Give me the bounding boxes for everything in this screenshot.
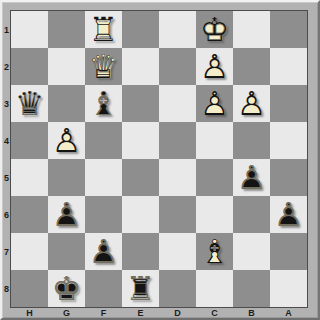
piece-white-king[interactable]: ♚♔ — [196, 11, 233, 48]
square-h4[interactable] — [11, 122, 48, 159]
king-glyph-outline: ♔ — [196, 11, 233, 48]
square-e2[interactable] — [122, 48, 159, 85]
pawn-glyph-outline: ♙ — [48, 122, 85, 159]
file-label-f: F — [85, 307, 122, 318]
piece-white-queen[interactable]: ♛♕ — [85, 48, 122, 85]
square-h3[interactable]: ♛♕ — [11, 85, 48, 122]
square-c3[interactable]: ♟♙ — [196, 85, 233, 122]
rook-glyph-fill: ♜ — [85, 11, 122, 48]
square-f6[interactable] — [85, 196, 122, 233]
square-b7[interactable] — [233, 233, 270, 270]
piece-black-queen[interactable]: ♛♕ — [11, 85, 48, 122]
file-label-h: H — [11, 307, 48, 318]
square-e5[interactable] — [122, 159, 159, 196]
piece-black-pawn[interactable]: ♟♙ — [48, 196, 85, 233]
square-e7[interactable] — [122, 233, 159, 270]
square-d6[interactable] — [159, 196, 196, 233]
piece-white-pawn[interactable]: ♟♙ — [196, 48, 233, 85]
square-f7[interactable]: ♟♙ — [85, 233, 122, 270]
square-g8[interactable]: ♚♔ — [48, 270, 85, 307]
chess-diagram: 12345678 HGFEDCBA ♜♖♚♔♛♕♟♙♛♕♝♗♟♙♟♙♟♙♟♙♟♙… — [0, 0, 320, 320]
square-h6[interactable] — [11, 196, 48, 233]
pawn-glyph-outline: ♙ — [270, 196, 307, 233]
square-g7[interactable] — [48, 233, 85, 270]
rook-glyph-outline: ♖ — [85, 11, 122, 48]
square-d4[interactable] — [159, 122, 196, 159]
square-c5[interactable] — [196, 159, 233, 196]
square-f5[interactable] — [85, 159, 122, 196]
square-e4[interactable] — [122, 122, 159, 159]
square-b6[interactable] — [233, 196, 270, 233]
square-h1[interactable] — [11, 11, 48, 48]
file-label-g: G — [48, 307, 85, 318]
square-b5[interactable]: ♟♙ — [233, 159, 270, 196]
square-a7[interactable] — [270, 233, 307, 270]
square-h2[interactable] — [11, 48, 48, 85]
square-d2[interactable] — [159, 48, 196, 85]
square-e1[interactable] — [122, 11, 159, 48]
pawn-glyph-outline: ♙ — [233, 159, 270, 196]
square-f2[interactable]: ♛♕ — [85, 48, 122, 85]
square-b8[interactable] — [233, 270, 270, 307]
piece-black-bishop[interactable]: ♝♗ — [85, 85, 122, 122]
square-d1[interactable] — [159, 11, 196, 48]
bishop-glyph-outline: ♗ — [196, 233, 233, 270]
square-a5[interactable] — [270, 159, 307, 196]
pawn-glyph-fill: ♟ — [196, 48, 233, 85]
queen-glyph-outline: ♕ — [85, 48, 122, 85]
piece-white-pawn[interactable]: ♟♙ — [233, 85, 270, 122]
file-label-a: A — [270, 307, 307, 318]
square-g2[interactable] — [48, 48, 85, 85]
square-d8[interactable] — [159, 270, 196, 307]
queen-glyph-outline: ♕ — [11, 85, 48, 122]
file-label-c: C — [196, 307, 233, 318]
piece-white-bishop[interactable]: ♝♗ — [196, 233, 233, 270]
square-b1[interactable] — [233, 11, 270, 48]
square-g6[interactable]: ♟♙ — [48, 196, 85, 233]
square-g1[interactable] — [48, 11, 85, 48]
square-f1[interactable]: ♜♖ — [85, 11, 122, 48]
square-f8[interactable] — [85, 270, 122, 307]
square-c2[interactable]: ♟♙ — [196, 48, 233, 85]
square-a2[interactable] — [270, 48, 307, 85]
square-a6[interactable]: ♟♙ — [270, 196, 307, 233]
square-c1[interactable]: ♚♔ — [196, 11, 233, 48]
pawn-glyph-fill: ♟ — [48, 122, 85, 159]
bishop-glyph-fill: ♝ — [85, 85, 122, 122]
king-glyph-fill: ♚ — [48, 270, 85, 307]
square-d7[interactable] — [159, 233, 196, 270]
square-h8[interactable] — [11, 270, 48, 307]
square-a4[interactable] — [270, 122, 307, 159]
square-d3[interactable] — [159, 85, 196, 122]
file-label-d: D — [159, 307, 196, 318]
square-e6[interactable] — [122, 196, 159, 233]
rook-glyph-fill: ♜ — [122, 270, 159, 307]
piece-black-pawn[interactable]: ♟♙ — [233, 159, 270, 196]
king-glyph-outline: ♔ — [48, 270, 85, 307]
pawn-glyph-fill: ♟ — [270, 196, 307, 233]
square-b2[interactable] — [233, 48, 270, 85]
pawn-glyph-fill: ♟ — [196, 85, 233, 122]
square-c4[interactable] — [196, 122, 233, 159]
square-g5[interactable] — [48, 159, 85, 196]
rook-glyph-outline: ♖ — [122, 270, 159, 307]
square-e3[interactable] — [122, 85, 159, 122]
square-d5[interactable] — [159, 159, 196, 196]
square-e8[interactable]: ♜♖ — [122, 270, 159, 307]
file-labels: HGFEDCBA — [11, 307, 307, 318]
pawn-glyph-outline: ♙ — [196, 48, 233, 85]
pawn-glyph-outline: ♙ — [48, 196, 85, 233]
piece-white-pawn[interactable]: ♟♙ — [196, 85, 233, 122]
piece-white-pawn[interactable]: ♟♙ — [48, 122, 85, 159]
square-b4[interactable] — [233, 122, 270, 159]
square-c6[interactable] — [196, 196, 233, 233]
piece-black-pawn[interactable]: ♟♙ — [270, 196, 307, 233]
pawn-glyph-outline: ♙ — [85, 233, 122, 270]
bishop-glyph-outline: ♗ — [85, 85, 122, 122]
bishop-glyph-fill: ♝ — [196, 233, 233, 270]
file-label-b: B — [233, 307, 270, 318]
pawn-glyph-fill: ♟ — [48, 196, 85, 233]
chess-board[interactable]: ♜♖♚♔♛♕♟♙♛♕♝♗♟♙♟♙♟♙♟♙♟♙♟♙♟♙♝♗♚♔♜♖ — [10, 10, 308, 308]
piece-white-rook[interactable]: ♜♖ — [85, 11, 122, 48]
square-c7[interactable]: ♝♗ — [196, 233, 233, 270]
square-f3[interactable]: ♝♗ — [85, 85, 122, 122]
square-f4[interactable] — [85, 122, 122, 159]
piece-black-pawn[interactable]: ♟♙ — [85, 233, 122, 270]
square-a1[interactable] — [270, 11, 307, 48]
pawn-glyph-outline: ♙ — [196, 85, 233, 122]
file-label-e: E — [122, 307, 159, 318]
pawn-glyph-outline: ♙ — [233, 85, 270, 122]
piece-black-king[interactable]: ♚♔ — [48, 270, 85, 307]
square-g4[interactable]: ♟♙ — [48, 122, 85, 159]
square-a8[interactable] — [270, 270, 307, 307]
pawn-glyph-fill: ♟ — [233, 85, 270, 122]
square-b3[interactable]: ♟♙ — [233, 85, 270, 122]
square-g3[interactable] — [48, 85, 85, 122]
square-c8[interactable] — [196, 270, 233, 307]
pawn-glyph-fill: ♟ — [233, 159, 270, 196]
square-h5[interactable] — [11, 159, 48, 196]
king-glyph-fill: ♚ — [196, 11, 233, 48]
piece-black-rook[interactable]: ♜♖ — [122, 270, 159, 307]
square-a3[interactable] — [270, 85, 307, 122]
queen-glyph-fill: ♛ — [11, 85, 48, 122]
queen-glyph-fill: ♛ — [85, 48, 122, 85]
pawn-glyph-fill: ♟ — [85, 233, 122, 270]
square-h7[interactable] — [11, 233, 48, 270]
